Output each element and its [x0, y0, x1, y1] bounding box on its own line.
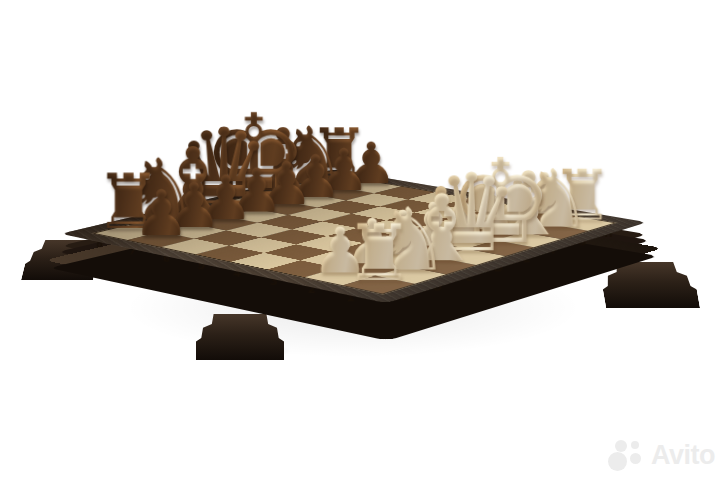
rank-label-8: 8	[96, 239, 104, 250]
avito-logo-icon	[608, 438, 646, 472]
square-a7: ♟	[128, 232, 195, 247]
file-label-g: G	[578, 237, 587, 248]
file-label-d: D	[494, 262, 503, 273]
file-label-b: B	[433, 281, 442, 293]
piece-white-rook: ♜	[344, 217, 413, 291]
rank-label-5: 5	[198, 260, 206, 271]
avito-watermark: Avito	[608, 438, 715, 472]
rank-label-3: 3	[270, 275, 278, 286]
rank-label-1: 1	[347, 292, 355, 304]
file-label-c: C	[464, 271, 472, 282]
chess-set-photo: ♜♞♝♛♚♝♞♜♟♟♟♟♟♟♟♟♟♟♟♟♟♟♟♟♜♞♝♛♚♝♞♜ ABCDEFG…	[149, 20, 565, 436]
file-label-e: E	[523, 253, 530, 264]
rank-label-4: 4	[233, 268, 241, 279]
rank-label-6: 6	[163, 253, 171, 264]
file-label-a: A	[402, 291, 411, 303]
file-label-h: H	[604, 229, 613, 239]
rank-label-2: 2	[308, 283, 316, 295]
rank-label-7: 7	[129, 246, 137, 257]
piece-black-pawn: ♟	[133, 184, 190, 244]
watermark-text: Avito	[651, 440, 715, 471]
